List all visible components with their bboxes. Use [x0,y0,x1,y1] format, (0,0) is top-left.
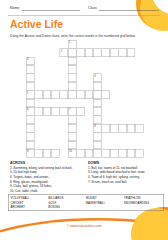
grid-cell[interactable] [51,90,59,98]
grid-void [43,48,51,56]
word-bank: VOLLEYBALLBILLIARDSRUGBYTRIATHLONCRICKET… [8,194,164,211]
grid-void [102,57,110,65]
grid-void [118,40,126,48]
grid-void [26,40,34,48]
grid-void [51,99,59,107]
grid-void [127,132,135,140]
grid-void [110,40,118,48]
grid-void [85,124,93,132]
grid-cell[interactable] [85,48,93,56]
grid-void [118,99,126,107]
grid-cell[interactable] [68,74,76,82]
grid-void [118,82,126,90]
word-bank-item: SNOWBOARDING [124,201,162,205]
grid-void [76,65,84,73]
clue-item: 10. Cue, table, chalk. [10,189,85,192]
cell-number: 3 [27,57,28,60]
grid-cell[interactable] [60,90,68,98]
grid-cell[interactable] [93,90,101,98]
grid-cell[interactable] [51,149,59,157]
grid-cell[interactable] [26,99,34,107]
grid-void [76,141,84,149]
grid-void [51,141,59,149]
cell-number: 9 [27,150,28,153]
grid-void [135,65,143,73]
grid-void [51,124,59,132]
grid-void [102,40,110,48]
grid-cell[interactable] [43,149,51,157]
grid-cell[interactable] [93,82,101,90]
grid-void [51,74,59,82]
grid-void [60,74,68,82]
grid-cell[interactable] [68,116,76,124]
grid-void [34,116,42,124]
grid-cell[interactable] [110,149,118,157]
grid-void [60,65,68,73]
grid-void [34,65,42,73]
grid-void [43,132,51,140]
grid-void [34,132,42,140]
grid-void [51,40,59,48]
grid-cell[interactable] [93,107,101,115]
grid-void [127,74,135,82]
grid-void [60,116,68,124]
grid-cell[interactable] [34,90,42,98]
grid-cell[interactable] [26,74,34,82]
name-label: Name [10,6,19,10]
grid-cell[interactable] [118,124,126,132]
grid-cell[interactable] [60,107,68,115]
grid-cell[interactable] [76,107,84,115]
grid-void [43,65,51,73]
grid-void [110,82,118,90]
grid-void [102,99,110,107]
grid-cell[interactable] [135,124,143,132]
grid-cell[interactable]: 9 [26,149,34,157]
grid-cell[interactable]: 6 [26,107,34,115]
grid-void [60,124,68,132]
grid-void [76,124,84,132]
grid-cell[interactable] [85,149,93,157]
grid-cell[interactable] [26,141,34,149]
grid-void [60,82,68,90]
grid-cell[interactable] [110,124,118,132]
grid-void [135,74,143,82]
header-divider [8,15,160,16]
name-field-line[interactable] [22,6,80,11]
grid-cell[interactable] [76,149,84,157]
grid-void [127,82,135,90]
grid-cell[interactable] [118,48,126,56]
grid-cell[interactable]: 1 [68,40,76,48]
grid-void [34,141,42,149]
word-bank-item: ARCHERY [11,206,49,210]
grid-cell[interactable] [118,149,126,157]
grid-cell[interactable] [93,132,101,140]
grid-void [110,132,118,140]
grid-cell[interactable] [26,82,34,90]
grid-void [43,74,51,82]
word-bank-item: RUGBY [86,196,124,200]
grid-void [135,57,143,65]
grid-cell[interactable] [68,65,76,73]
clue-item: 4. Team of 6, high net, spiking, serving… [88,175,163,178]
grid-void [51,57,59,65]
footer-copyright: © www.eslactivities.com [0,224,168,228]
grid-void [85,132,93,140]
grid-void [110,57,118,65]
grid-cell[interactable] [68,57,76,65]
grid-void [60,141,68,149]
grid-cell[interactable] [68,90,76,98]
grid-cell[interactable] [102,48,110,56]
grid-void [51,65,59,73]
grid-void [127,99,135,107]
grid-cell[interactable] [85,90,93,98]
grid-void [85,116,93,124]
grid-void [102,132,110,140]
grid-void [85,40,93,48]
grid-void [60,99,68,107]
grid-void [34,74,42,82]
grid-void [51,116,59,124]
word-bank-item: CRICKET [11,201,49,205]
grid-void [43,40,51,48]
down-clues: DOWN 1. Ball, bat, teams of 11, not base… [88,161,163,184]
grid-void [110,107,118,115]
grid-void [51,132,59,140]
grid-void [127,65,135,73]
grid-void [85,107,93,115]
grid-void [93,57,101,65]
grid-void [110,65,118,73]
grid-void [118,141,126,149]
grid-void [34,40,42,48]
grid-void [51,82,59,90]
clue-item: 2. Swimming, biking, and running back to… [10,166,85,169]
cell-number: 10 [69,150,72,153]
grid-cell[interactable] [68,132,76,140]
grid-cell[interactable] [26,65,34,73]
grid-cell[interactable] [127,124,135,132]
grid-void [43,57,51,65]
grid-cell[interactable] [127,149,135,157]
grid-void [76,132,84,140]
grid-void [110,99,118,107]
down-list: 1. Ball, bat, teams of 11, not baseball.… [88,166,163,183]
grid-cell[interactable]: 10 [68,149,76,157]
page-title: Active Life [10,18,63,30]
cell-number: 2 [61,49,62,52]
grid-void [135,48,143,56]
clue-item: 6. Targets, bows, and arrows. [10,175,85,178]
grid-void [102,82,110,90]
grid-void [85,141,93,149]
grid-cell[interactable] [102,124,110,132]
clue-item: 9. Clubs, ball, greens, 18 holes. [10,184,85,187]
clue-item: 3. Long, wide board attached to feet, sn… [88,171,163,174]
grid-void [127,107,135,115]
grid-void [76,99,84,107]
across-heading: ACROSS [10,161,85,165]
grid-void [135,107,143,115]
grid-cell[interactable] [76,90,84,98]
class-label: Class [88,6,97,10]
grid-cell[interactable] [76,48,84,56]
grid-void [135,99,143,107]
grid-void [118,90,126,98]
grid-void [43,124,51,132]
grid-void [110,90,118,98]
grid-cell[interactable]: 8 [93,124,101,132]
grid-cell[interactable]: 5 [26,90,34,98]
grid-void [110,116,118,124]
grid-void [135,82,143,90]
grid-void [118,57,126,65]
grid-void [76,57,84,65]
down-heading: DOWN [88,161,163,165]
cell-number: 8 [94,124,95,127]
grid-void [127,116,135,124]
across-clues: ACROSS 2. Swimming, biking, and running … [10,161,85,194]
grid-void [76,82,84,90]
grid-cell[interactable] [26,132,34,140]
class-field-line[interactable] [99,6,159,11]
grid-void [110,141,118,149]
grid-void [60,132,68,140]
grid-cell[interactable] [135,149,143,157]
grid-cell[interactable] [51,107,59,115]
grid-void [85,57,93,65]
grid-cell[interactable]: 3 [26,57,34,65]
grid-cell[interactable] [93,116,101,124]
grid-void [118,116,126,124]
word-bank-item: BOXING [48,206,86,210]
grid-void [43,99,51,107]
grid-void [85,99,93,107]
worksheet-page: Name Class Active Life Using the Across … [0,0,168,240]
grid-cell[interactable] [43,107,51,115]
grid-cell[interactable] [34,149,42,157]
grid-cell[interactable] [93,141,101,149]
grid-void [76,116,84,124]
cell-number: 7 [69,108,70,111]
grid-void [118,132,126,140]
clue-item: 7. Scrum, knock on, oval ball. [88,180,163,183]
grid-void [34,99,42,107]
word-bank-item: VOLLEYBALL [11,196,49,200]
grid-cell[interactable] [26,116,34,124]
word-bank-item: BILLIARDS [48,196,86,200]
crossword-grid: 12345678910 [26,40,144,158]
grid-void [60,57,68,65]
grid-void [102,107,110,115]
grid-void [135,116,143,124]
grid-cell[interactable] [68,48,76,56]
grid-void [135,132,143,140]
grid-void [60,149,68,157]
grid-void [93,65,101,73]
grid-void [110,74,118,82]
instruction-text: Using the Across and Down clues, write t… [10,34,136,38]
word-bank-item: BASKETBALL [86,201,124,205]
grid-void [60,40,68,48]
grid-void [127,40,135,48]
grid-cell[interactable] [93,149,101,157]
grid-cell[interactable] [110,48,118,56]
grid-cell[interactable] [68,82,76,90]
word-bank-item: GOLF [48,201,86,205]
grid-void [34,48,42,56]
grid-void [102,116,110,124]
grid-void [118,74,126,82]
grid-void [127,90,135,98]
grid-void [102,74,110,82]
grid-void [85,65,93,73]
grid-void [34,82,42,90]
grid-void [43,141,51,149]
grid-void [76,74,84,82]
grid-cell[interactable] [102,149,110,157]
grid-cell[interactable] [127,48,135,56]
clue-item: 8. Ring, gloves, mouthguard. [10,180,85,183]
grid-void [102,141,110,149]
grid-void [118,65,126,73]
grid-void [135,40,143,48]
grid-void [118,107,126,115]
grid-cell[interactable] [93,99,101,107]
clue-item: 1. Ball, bat, teams of 11, not baseball. [88,166,163,169]
grid-void [76,40,84,48]
grid-void [135,141,143,149]
grid-void [135,90,143,98]
grid-void [127,141,135,149]
cell-number: 4 [94,74,95,77]
grid-cell[interactable]: 4 [93,74,101,82]
grid-cell[interactable] [93,48,101,56]
grid-cell[interactable] [26,124,34,132]
grid-void [68,99,76,107]
grid-cell[interactable] [68,124,76,132]
cell-number: 5 [27,91,28,94]
grid-void [43,116,51,124]
grid-void [51,48,59,56]
grid-void [93,40,101,48]
grid-cell[interactable] [43,90,51,98]
grid-cell[interactable] [102,90,110,98]
grid-cell[interactable] [34,107,42,115]
grid-void [26,48,34,56]
grid-cell[interactable] [68,141,76,149]
grid-void [34,124,42,132]
cell-number: 1 [69,41,70,44]
grid-void [85,74,93,82]
grid-void [34,57,42,65]
cell-number: 6 [27,108,28,111]
clue-item: 5. 10-foot high hoop. [10,171,85,174]
grid-void [85,82,93,90]
grid-void [43,82,51,90]
grid-cell[interactable]: 7 [68,107,76,115]
word-bank-item: TRIATHLON [124,196,162,200]
across-list: 2. Swimming, biking, and running back to… [10,166,85,192]
grid-cell[interactable]: 2 [60,48,68,56]
grid-void [102,65,110,73]
grid-void [127,57,135,65]
